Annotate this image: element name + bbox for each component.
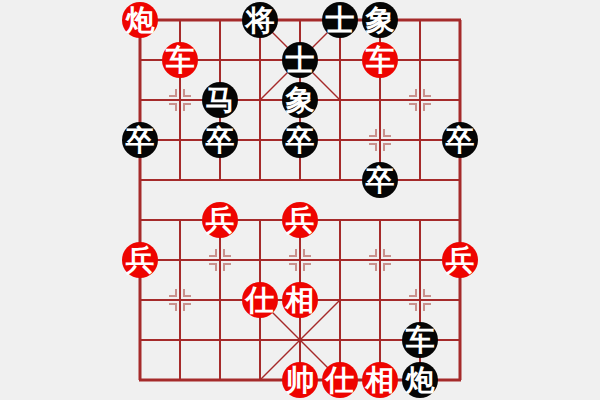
piece-red-chariot[interactable]: 车 bbox=[162, 42, 198, 78]
piece-black-elephant[interactable]: 象 bbox=[282, 82, 318, 118]
piece-label: 相 bbox=[286, 282, 315, 318]
piece-label: 相 bbox=[366, 362, 395, 398]
piece-label: 象 bbox=[366, 2, 395, 38]
piece-black-cannon[interactable]: 炮 bbox=[402, 362, 438, 398]
piece-label: 炮 bbox=[406, 362, 435, 398]
piece-label: 炮 bbox=[126, 2, 155, 38]
piece-black-chariot[interactable]: 车 bbox=[402, 322, 438, 358]
piece-label: 仕 bbox=[246, 282, 275, 318]
piece-black-pawn[interactable]: 卒 bbox=[282, 122, 318, 158]
piece-label: 士 bbox=[326, 2, 355, 38]
piece-label: 车 bbox=[406, 322, 435, 358]
piece-label: 将 bbox=[246, 2, 275, 38]
piece-black-advisor[interactable]: 士 bbox=[322, 2, 358, 38]
piece-label: 马 bbox=[206, 82, 235, 118]
piece-red-advisor[interactable]: 仕 bbox=[322, 362, 358, 398]
piece-red-advisor[interactable]: 仕 bbox=[242, 282, 278, 318]
piece-red-chariot[interactable]: 车 bbox=[362, 42, 398, 78]
piece-black-pawn[interactable]: 卒 bbox=[442, 122, 478, 158]
piece-label: 帅 bbox=[286, 362, 315, 398]
piece-label: 卒 bbox=[446, 122, 475, 158]
piece-black-pawn[interactable]: 卒 bbox=[202, 122, 238, 158]
piece-label: 车 bbox=[366, 42, 395, 78]
piece-red-pawn[interactable]: 兵 bbox=[122, 242, 158, 278]
piece-label: 士 bbox=[286, 42, 315, 78]
piece-label: 卒 bbox=[286, 122, 315, 158]
piece-red-elephant[interactable]: 相 bbox=[362, 362, 398, 398]
piece-black-pawn[interactable]: 卒 bbox=[362, 162, 398, 198]
piece-red-elephant[interactable]: 相 bbox=[282, 282, 318, 318]
piece-label: 兵 bbox=[286, 202, 315, 238]
piece-red-cannon[interactable]: 炮 bbox=[122, 2, 158, 38]
piece-red-pawn[interactable]: 兵 bbox=[442, 242, 478, 278]
piece-label: 卒 bbox=[366, 162, 395, 198]
piece-red-pawn[interactable]: 兵 bbox=[202, 202, 238, 238]
piece-red-pawn[interactable]: 兵 bbox=[282, 202, 318, 238]
piece-label: 仕 bbox=[326, 362, 355, 398]
piece-black-elephant[interactable]: 象 bbox=[362, 2, 398, 38]
piece-label: 卒 bbox=[126, 122, 155, 158]
piece-black-horse[interactable]: 马 bbox=[202, 82, 238, 118]
piece-label: 兵 bbox=[126, 242, 155, 278]
piece-label: 兵 bbox=[446, 242, 475, 278]
piece-label: 兵 bbox=[206, 202, 235, 238]
piece-red-general[interactable]: 帅 bbox=[282, 362, 318, 398]
piece-black-pawn[interactable]: 卒 bbox=[122, 122, 158, 158]
piece-black-general[interactable]: 将 bbox=[242, 2, 278, 38]
piece-label: 象 bbox=[286, 82, 315, 118]
piece-black-advisor[interactable]: 士 bbox=[282, 42, 318, 78]
piece-label: 车 bbox=[166, 42, 195, 78]
xiangqi-board: 炮车车兵兵兵兵仕相帅仕相将士象士象马卒卒卒卒卒车炮 bbox=[0, 0, 600, 400]
piece-label: 卒 bbox=[206, 122, 235, 158]
